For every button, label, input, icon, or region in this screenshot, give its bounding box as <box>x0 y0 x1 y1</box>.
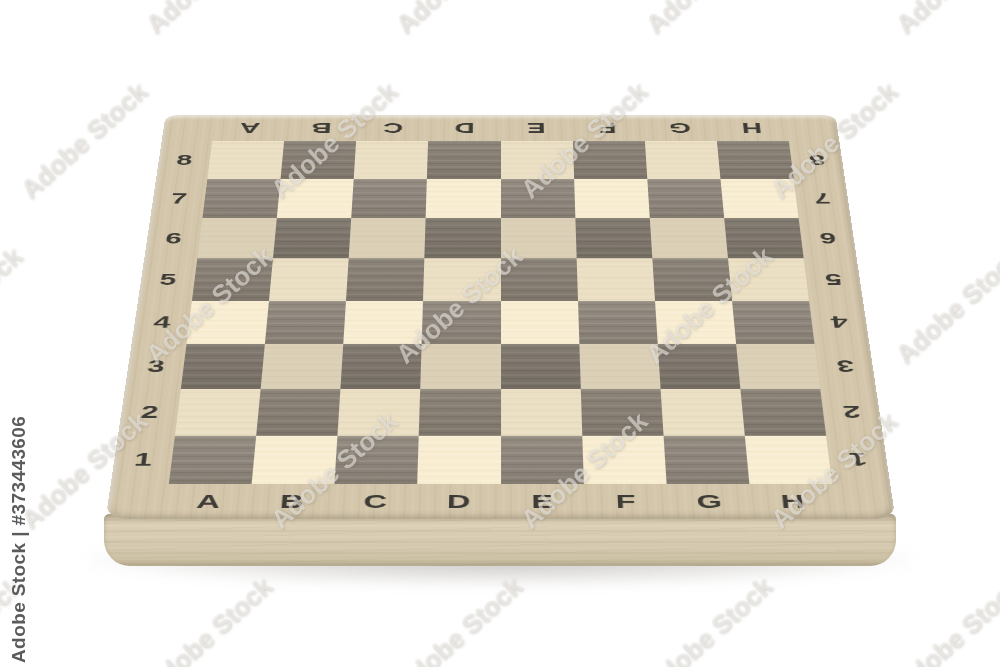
square-g4 <box>654 300 735 343</box>
file-label-top-f: F <box>571 115 644 141</box>
rank-label-right-3: 3 <box>814 343 876 388</box>
square-h2 <box>740 388 826 435</box>
square-e2 <box>500 388 581 435</box>
rank-label-right-8-text: 8 <box>807 152 825 167</box>
square-b6 <box>273 218 351 259</box>
adobe-stock-watermark: Adobe Stock <box>640 0 779 40</box>
square-g3 <box>657 343 740 388</box>
square-f1 <box>581 435 665 483</box>
square-c6 <box>348 218 425 259</box>
adobe-stock-watermark: Adobe Stock <box>140 0 279 40</box>
rank-label-left-2: 2 <box>117 388 180 435</box>
square-c5 <box>346 258 424 300</box>
square-d2 <box>419 388 500 435</box>
rank-label-right-5: 5 <box>803 258 862 300</box>
adobe-stock-watermark: Adobe Stock <box>390 0 529 40</box>
rank-label-right-1-text: 1 <box>847 450 867 469</box>
file-label-bottom-b-text: B <box>279 491 304 510</box>
square-c4 <box>343 300 423 343</box>
rank-label-left-6-text: 6 <box>164 230 182 246</box>
stock-photo-canvas: ABCDEFGH8877665544332211ABCDEFGH Adobe S… <box>0 0 1000 667</box>
square-h1 <box>744 435 832 483</box>
square-h4 <box>731 300 814 343</box>
adobe-stock-watermark: Adobe Stock <box>890 241 1000 370</box>
file-label-bottom-b: B <box>248 484 334 519</box>
board-corner-top-right <box>785 115 839 141</box>
square-c7 <box>351 178 427 217</box>
square-d1 <box>417 435 500 483</box>
square-b8 <box>280 140 356 178</box>
board-corner-bottom-left <box>105 484 168 519</box>
square-a4 <box>186 300 269 343</box>
file-label-top-e-text: E <box>526 120 545 134</box>
square-a7 <box>202 178 280 217</box>
rank-label-left-2-text: 2 <box>139 403 159 421</box>
chess-board: ABCDEFGH8877665544332211ABCDEFGH <box>105 115 895 519</box>
rank-label-left-7: 7 <box>150 178 207 217</box>
square-h5 <box>727 258 808 300</box>
square-f3 <box>578 343 659 388</box>
square-a2 <box>174 388 260 435</box>
file-label-bottom-f: F <box>583 484 668 519</box>
file-label-top-d: D <box>428 115 500 141</box>
adobe-stock-watermark: Adobe Stock <box>890 0 1000 40</box>
square-f7 <box>573 178 649 217</box>
stock-id-watermark: Adobe Stock | #373443606 <box>8 416 30 663</box>
square-a3 <box>180 343 264 388</box>
file-label-top-b-text: B <box>310 120 331 134</box>
square-b2 <box>256 388 340 435</box>
rank-label-left-5: 5 <box>138 258 197 300</box>
rank-label-right-2: 2 <box>820 388 883 435</box>
rank-label-left-4-text: 4 <box>152 313 171 330</box>
rank-label-right-7: 7 <box>793 178 850 217</box>
square-f2 <box>580 388 663 435</box>
rank-label-left-1: 1 <box>110 435 174 483</box>
file-label-bottom-a: A <box>164 484 251 519</box>
square-f6 <box>575 218 652 259</box>
file-label-bottom-g: G <box>666 484 752 519</box>
rank-label-right-6: 6 <box>798 218 856 259</box>
file-label-top-a: A <box>212 115 287 141</box>
rank-label-left-1-text: 1 <box>132 450 152 469</box>
rank-label-left-5-text: 5 <box>158 271 177 287</box>
square-g5 <box>652 258 732 300</box>
file-label-top-h: H <box>714 115 789 141</box>
square-f8 <box>572 140 646 178</box>
board-front-face <box>104 514 896 566</box>
square-c8 <box>353 140 427 178</box>
file-label-bottom-g-text: G <box>695 491 722 510</box>
rank-label-left-3: 3 <box>124 343 186 388</box>
square-e7 <box>500 178 575 217</box>
rank-label-left-6: 6 <box>144 218 202 259</box>
square-h6 <box>724 218 804 259</box>
square-b3 <box>260 343 343 388</box>
square-g6 <box>649 218 727 259</box>
file-label-top-g: G <box>643 115 717 141</box>
rank-label-right-4: 4 <box>809 300 869 343</box>
file-label-bottom-c: C <box>332 484 417 519</box>
square-e5 <box>500 258 577 300</box>
adobe-stock-watermark: Adobe Stock <box>0 241 29 370</box>
file-label-top-h-text: H <box>740 120 762 134</box>
square-b4 <box>265 300 346 343</box>
file-label-top-b: B <box>284 115 358 141</box>
file-label-top-d-text: D <box>454 120 474 134</box>
file-label-bottom-e: E <box>500 484 584 519</box>
file-label-top-a-text: A <box>238 120 260 134</box>
rank-label-right-7-text: 7 <box>812 190 830 205</box>
rank-label-right-3-text: 3 <box>835 357 855 375</box>
square-g8 <box>644 140 720 178</box>
square-d3 <box>420 343 500 388</box>
rank-label-right-1: 1 <box>826 435 890 483</box>
file-label-top-f-text: F <box>599 120 617 134</box>
square-a6 <box>197 218 277 259</box>
file-label-top-g-text: G <box>668 120 691 134</box>
square-h3 <box>735 343 819 388</box>
rank-label-right-2-text: 2 <box>841 403 861 421</box>
square-c3 <box>340 343 421 388</box>
file-label-bottom-f-text: F <box>615 491 636 510</box>
square-d5 <box>423 258 500 300</box>
file-label-top-c: C <box>356 115 429 141</box>
rank-label-right-5-text: 5 <box>823 271 842 287</box>
file-label-bottom-d: D <box>416 484 500 519</box>
rank-label-left-4: 4 <box>131 300 191 343</box>
rank-label-left-8-text: 8 <box>175 152 193 167</box>
square-c2 <box>337 388 420 435</box>
rank-label-right-6-text: 6 <box>818 230 836 246</box>
square-g2 <box>660 388 744 435</box>
square-b5 <box>269 258 349 300</box>
square-e3 <box>500 343 580 388</box>
square-h7 <box>720 178 798 217</box>
square-e1 <box>500 435 583 483</box>
square-e4 <box>500 300 578 343</box>
square-e6 <box>500 218 576 259</box>
adobe-stock-watermark: Adobe Stock <box>15 76 154 205</box>
board-corner-bottom-right <box>832 484 895 519</box>
square-f4 <box>577 300 657 343</box>
square-f5 <box>576 258 654 300</box>
square-g7 <box>647 178 724 217</box>
square-a1 <box>168 435 256 483</box>
rank-label-right-4-text: 4 <box>829 313 848 330</box>
file-label-bottom-d-text: D <box>446 491 470 510</box>
rank-label-left-8: 8 <box>156 140 212 178</box>
file-label-bottom-e-text: E <box>531 491 553 510</box>
square-b1 <box>251 435 337 483</box>
square-g1 <box>663 435 749 483</box>
square-d6 <box>424 218 500 259</box>
board-corner-top-left <box>161 115 215 141</box>
file-label-bottom-h-text: H <box>779 491 805 510</box>
square-a5 <box>192 258 273 300</box>
square-a8 <box>207 140 284 178</box>
rank-label-left-3-text: 3 <box>146 357 166 375</box>
square-d4 <box>422 300 500 343</box>
square-d7 <box>425 178 500 217</box>
square-c1 <box>334 435 418 483</box>
square-h8 <box>716 140 793 178</box>
rank-label-right-8: 8 <box>788 140 844 178</box>
rank-label-left-7-text: 7 <box>169 190 187 205</box>
file-label-bottom-a-text: A <box>195 491 221 510</box>
file-label-top-c-text: C <box>382 120 403 134</box>
adobe-stock-watermark: Adobe Stock <box>0 0 29 40</box>
file-label-top-e: E <box>500 115 572 141</box>
file-label-bottom-h: H <box>749 484 836 519</box>
file-label-bottom-c-text: C <box>363 491 387 510</box>
square-b7 <box>276 178 353 217</box>
square-e8 <box>500 140 573 178</box>
square-d8 <box>427 140 500 178</box>
